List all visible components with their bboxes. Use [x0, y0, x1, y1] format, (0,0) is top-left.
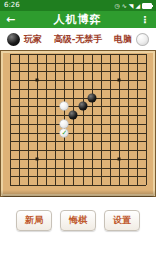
grid-line [10, 71, 146, 72]
stone-white [60, 119, 69, 128]
star-point [36, 157, 39, 160]
grid-line [10, 133, 146, 134]
black-stone-avatar [7, 33, 20, 46]
action-bar: 新局 悔棋 设置 [0, 210, 156, 231]
grid-line [10, 98, 146, 99]
battery-icon [142, 3, 152, 9]
back-button[interactable]: ← [6, 13, 15, 26]
grid-line [10, 176, 146, 177]
star-point [117, 79, 120, 82]
title-bar: ← 人机博弈 ⋮ [0, 11, 156, 28]
grid-line [128, 54, 129, 185]
grid-line [110, 54, 111, 185]
difficulty-label: 高级-无禁手 [46, 33, 110, 46]
clock-time: 6:26 [4, 0, 20, 11]
grid-line [10, 141, 146, 142]
status-bar: 6:26 ◷ ∿ ◥ ◢ [0, 0, 156, 11]
alarm-icon: ◷ [114, 3, 119, 9]
grid-line [10, 80, 146, 81]
stone-black [78, 102, 87, 111]
grid-line [83, 54, 84, 185]
settings-button[interactable]: 设置 [104, 210, 140, 231]
grid-line [46, 54, 47, 185]
board-grid[interactable]: ✓ [10, 54, 146, 185]
grid-line [10, 54, 146, 55]
signal-icon: ◢ [135, 3, 140, 9]
grid-line [119, 54, 120, 185]
grid-line [10, 124, 146, 125]
page-title: 人机博弈 [15, 12, 140, 27]
grid-line [92, 54, 93, 185]
stone-white [60, 102, 69, 111]
grid-line [10, 89, 146, 90]
stone-white: ✓ [60, 128, 69, 137]
grid-line [146, 54, 147, 185]
grid-line [10, 63, 146, 64]
last-move-check-icon: ✓ [60, 128, 69, 137]
board[interactable]: ✓ [0, 50, 156, 197]
app-screen: 6:26 ◷ ∿ ◥ ◢ ← 人机博弈 ⋮ 玩家 高级-无禁手 电脑 ✓ 新局 … [0, 0, 156, 260]
undo-button[interactable]: 悔棋 [60, 210, 96, 231]
grid-line [10, 54, 11, 185]
grid-line [37, 54, 38, 185]
grid-line [10, 115, 146, 116]
star-point [36, 79, 39, 82]
white-stone-avatar [136, 33, 149, 46]
stone-black [87, 93, 96, 102]
stone-black [69, 111, 78, 120]
grid-line [10, 159, 146, 160]
overflow-menu-button[interactable]: ⋮ [140, 14, 150, 25]
wifi-icon: ◥ [129, 3, 134, 9]
grid-line [28, 54, 29, 185]
white-player-label: 电脑 [114, 33, 132, 46]
status-icons: ◷ ∿ ◥ ◢ [114, 3, 152, 9]
grid-line [19, 54, 20, 185]
vibrate-icon: ∿ [122, 3, 127, 9]
new-game-button[interactable]: 新局 [16, 210, 52, 231]
grid-line [55, 54, 56, 185]
player-bar: 玩家 高级-无禁手 电脑 [0, 28, 156, 50]
grid-line [10, 150, 146, 151]
black-player-label: 玩家 [24, 33, 42, 46]
star-point [117, 157, 120, 160]
grid-line [101, 54, 102, 185]
grid-line [10, 185, 146, 186]
grid-line [137, 54, 138, 185]
grid-line [10, 168, 146, 169]
